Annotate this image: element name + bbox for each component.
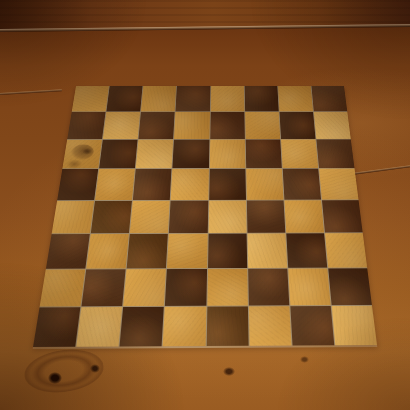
- square-g8[interactable]: [278, 86, 313, 111]
- square-b7[interactable]: [103, 112, 140, 139]
- square-e5[interactable]: [209, 169, 246, 199]
- square-b4[interactable]: [91, 200, 132, 233]
- square-h4[interactable]: [322, 200, 363, 232]
- square-b1[interactable]: [76, 307, 122, 347]
- square-c2[interactable]: [123, 269, 166, 306]
- wood-knot: [48, 372, 62, 384]
- square-h2[interactable]: [328, 268, 372, 305]
- square-g3[interactable]: [286, 233, 327, 268]
- square-f1[interactable]: [249, 306, 292, 346]
- square-h8[interactable]: [311, 86, 347, 111]
- square-d3[interactable]: [167, 233, 207, 268]
- square-f4[interactable]: [247, 200, 286, 232]
- square-a1[interactable]: [33, 307, 80, 347]
- square-d4[interactable]: [169, 200, 208, 232]
- photo-of-chessboard-on-table: [0, 0, 410, 410]
- square-f6[interactable]: [245, 140, 281, 169]
- square-b8[interactable]: [107, 86, 143, 112]
- square-d8[interactable]: [176, 86, 210, 112]
- wood-knot: [300, 356, 309, 363]
- square-d1[interactable]: [163, 307, 206, 347]
- square-b2[interactable]: [82, 269, 126, 306]
- square-f2[interactable]: [248, 268, 289, 305]
- square-c5[interactable]: [133, 169, 172, 200]
- square-c1[interactable]: [120, 307, 164, 347]
- square-b6[interactable]: [99, 140, 138, 169]
- square-d6[interactable]: [173, 140, 209, 169]
- square-f7[interactable]: [245, 112, 280, 139]
- square-e7[interactable]: [210, 112, 245, 139]
- wood-knot: [90, 364, 100, 373]
- square-a8[interactable]: [72, 86, 109, 112]
- square-g5[interactable]: [282, 169, 320, 199]
- square-g6[interactable]: [281, 140, 318, 169]
- square-h1[interactable]: [332, 306, 377, 346]
- square-d5[interactable]: [171, 169, 208, 199]
- square-e3[interactable]: [208, 233, 247, 268]
- square-g7[interactable]: [279, 112, 315, 139]
- square-a7[interactable]: [67, 112, 105, 139]
- square-e4[interactable]: [208, 200, 246, 232]
- square-g1[interactable]: [290, 306, 334, 346]
- square-g4[interactable]: [284, 200, 324, 232]
- chessboard-grid: [33, 86, 377, 347]
- square-d7[interactable]: [174, 112, 209, 139]
- square-h5[interactable]: [319, 169, 358, 199]
- square-c6[interactable]: [136, 140, 173, 169]
- square-h7[interactable]: [314, 112, 351, 139]
- square-c3[interactable]: [127, 234, 168, 269]
- square-h3[interactable]: [325, 233, 367, 268]
- square-h6[interactable]: [316, 140, 354, 169]
- square-a4[interactable]: [52, 201, 94, 234]
- square-c8[interactable]: [141, 86, 176, 112]
- square-b3[interactable]: [86, 234, 129, 269]
- square-e6[interactable]: [209, 140, 245, 169]
- square-f5[interactable]: [246, 169, 283, 199]
- square-g2[interactable]: [288, 268, 331, 305]
- square-e1[interactable]: [206, 306, 248, 346]
- square-c4[interactable]: [130, 200, 170, 232]
- square-e8[interactable]: [210, 86, 244, 111]
- square-a2[interactable]: [40, 269, 86, 306]
- square-a5[interactable]: [57, 169, 98, 200]
- square-b5[interactable]: [95, 169, 135, 200]
- square-a3[interactable]: [46, 234, 90, 269]
- square-f3[interactable]: [247, 233, 287, 268]
- square-f8[interactable]: [244, 86, 278, 111]
- square-e2[interactable]: [207, 269, 248, 306]
- square-d2[interactable]: [165, 269, 206, 306]
- square-c7[interactable]: [139, 112, 175, 139]
- wood-knot: [223, 367, 235, 376]
- chessboard: [33, 86, 377, 347]
